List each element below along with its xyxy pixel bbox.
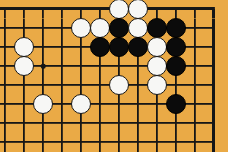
- board-intersection[interactable]: [53, 0, 72, 19]
- board-intersection[interactable]: [34, 57, 53, 76]
- board-intersection[interactable]: ○: [148, 76, 167, 95]
- white-stone: ○: [128, 18, 148, 38]
- white-stone: ○: [147, 37, 167, 57]
- black-stone: ●: [147, 18, 167, 38]
- black-stone: ●: [166, 18, 186, 38]
- board-intersection[interactable]: [186, 76, 205, 95]
- board-intersection[interactable]: [34, 38, 53, 57]
- black-stone: ●: [166, 94, 186, 114]
- board-intersection[interactable]: [53, 57, 72, 76]
- board-intersection[interactable]: [53, 114, 72, 133]
- black-stone: ●: [109, 37, 129, 57]
- board-intersection[interactable]: [91, 0, 110, 19]
- go-board: ○○○○●○●●○●●●○●○○●○○○○●: [0, 0, 228, 152]
- board-intersection[interactable]: [72, 57, 91, 76]
- board-intersection[interactable]: ○: [15, 38, 34, 57]
- board-intersection[interactable]: [205, 76, 224, 95]
- board-intersection[interactable]: [53, 76, 72, 95]
- board-intersection[interactable]: [167, 76, 186, 95]
- board-intersection[interactable]: [129, 57, 148, 76]
- board-grid: ○○○○●○●●○●●●○●○○●○○○○●: [0, 0, 224, 152]
- star-point-marker: [41, 64, 46, 69]
- board-intersection[interactable]: ●: [91, 38, 110, 57]
- board-intersection[interactable]: [72, 114, 91, 133]
- board-intersection[interactable]: [0, 95, 15, 114]
- board-intersection[interactable]: [167, 0, 186, 19]
- board-intersection[interactable]: [110, 95, 129, 114]
- white-stone: ○: [147, 75, 167, 95]
- board-intersection[interactable]: ●: [110, 38, 129, 57]
- board-intersection[interactable]: [110, 133, 129, 152]
- board-intersection[interactable]: [148, 133, 167, 152]
- board-intersection[interactable]: [53, 38, 72, 57]
- board-intersection[interactable]: [167, 114, 186, 133]
- black-stone: ●: [166, 37, 186, 57]
- white-stone: ○: [71, 94, 91, 114]
- board-intersection[interactable]: [110, 114, 129, 133]
- board-intersection[interactable]: [129, 76, 148, 95]
- board-intersection[interactable]: [91, 95, 110, 114]
- board-intersection[interactable]: ○: [110, 0, 129, 19]
- board-intersection[interactable]: ●: [167, 95, 186, 114]
- board-intersection[interactable]: ○: [72, 19, 91, 38]
- board-intersection[interactable]: [53, 19, 72, 38]
- white-stone: ○: [14, 37, 34, 57]
- board-intersection[interactable]: [205, 57, 224, 76]
- board-intersection[interactable]: [186, 38, 205, 57]
- board-intersection[interactable]: [205, 133, 224, 152]
- board-intersection[interactable]: [205, 114, 224, 133]
- board-intersection[interactable]: [205, 95, 224, 114]
- board-intersection[interactable]: [91, 76, 110, 95]
- board-intersection[interactable]: [0, 0, 15, 19]
- board-intersection[interactable]: [148, 95, 167, 114]
- board-intersection[interactable]: ○: [34, 95, 53, 114]
- board-intersection[interactable]: [148, 0, 167, 19]
- board-intersection[interactable]: [91, 57, 110, 76]
- white-stone: ○: [14, 56, 34, 76]
- board-intersection[interactable]: [0, 114, 15, 133]
- board-intersection[interactable]: [0, 57, 15, 76]
- board-intersection[interactable]: ●: [110, 19, 129, 38]
- white-stone: ○: [90, 18, 110, 38]
- board-intersection[interactable]: [72, 0, 91, 19]
- board-intersection[interactable]: [186, 57, 205, 76]
- board-intersection[interactable]: [0, 133, 15, 152]
- board-intersection[interactable]: [186, 114, 205, 133]
- board-intersection[interactable]: ●: [167, 57, 186, 76]
- white-stone: ○: [71, 18, 91, 38]
- board-intersection[interactable]: [72, 38, 91, 57]
- board-intersection[interactable]: [0, 19, 15, 38]
- board-intersection[interactable]: [34, 19, 53, 38]
- board-intersection[interactable]: [0, 76, 15, 95]
- board-intersection[interactable]: [205, 38, 224, 57]
- board-intersection[interactable]: [129, 114, 148, 133]
- board-intersection[interactable]: ●: [129, 38, 148, 57]
- board-intersection[interactable]: [15, 76, 34, 95]
- black-stone: ●: [128, 37, 148, 57]
- board-intersection[interactable]: [72, 76, 91, 95]
- board-intersection[interactable]: [186, 0, 205, 19]
- board-intersection[interactable]: ○: [129, 19, 148, 38]
- white-stone: ○: [33, 94, 53, 114]
- board-intersection[interactable]: [129, 133, 148, 152]
- board-intersection[interactable]: ○: [91, 19, 110, 38]
- board-intersection[interactable]: [110, 57, 129, 76]
- board-intersection[interactable]: [186, 95, 205, 114]
- board-intersection[interactable]: [186, 19, 205, 38]
- board-intersection[interactable]: ●: [167, 19, 186, 38]
- board-intersection[interactable]: [72, 133, 91, 152]
- board-intersection[interactable]: ○: [72, 95, 91, 114]
- board-intersection[interactable]: ○: [110, 76, 129, 95]
- board-intersection[interactable]: ○: [148, 57, 167, 76]
- board-intersection[interactable]: [129, 95, 148, 114]
- board-intersection[interactable]: [186, 133, 205, 152]
- board-intersection[interactable]: [91, 114, 110, 133]
- board-intersection[interactable]: ○: [15, 57, 34, 76]
- board-intersection[interactable]: [148, 114, 167, 133]
- board-intersection[interactable]: [205, 19, 224, 38]
- board-intersection[interactable]: [15, 19, 34, 38]
- board-intersection[interactable]: [34, 76, 53, 95]
- board-intersection[interactable]: [15, 133, 34, 152]
- board-intersection[interactable]: [0, 38, 15, 57]
- board-intersection[interactable]: [53, 95, 72, 114]
- white-stone: ○: [109, 75, 129, 95]
- black-stone: ●: [166, 56, 186, 76]
- board-intersection[interactable]: [91, 133, 110, 152]
- black-stone: ●: [109, 18, 129, 38]
- board-intersection[interactable]: [205, 0, 224, 19]
- black-stone: ●: [90, 37, 110, 57]
- board-intersection[interactable]: ○: [129, 0, 148, 19]
- white-stone: ○: [109, 0, 129, 19]
- board-intersection[interactable]: [34, 0, 53, 19]
- board-intersection[interactable]: ●: [148, 19, 167, 38]
- board-intersection[interactable]: [15, 0, 34, 19]
- board-intersection[interactable]: [167, 133, 186, 152]
- board-intersection[interactable]: [15, 95, 34, 114]
- board-intersection[interactable]: ●: [167, 38, 186, 57]
- white-stone: ○: [147, 56, 167, 76]
- white-stone: ○: [128, 0, 148, 19]
- board-intersection[interactable]: ○: [148, 38, 167, 57]
- board-intersection[interactable]: [34, 133, 53, 152]
- board-intersection[interactable]: [34, 114, 53, 133]
- board-intersection[interactable]: [53, 133, 72, 152]
- board-intersection[interactable]: [15, 114, 34, 133]
